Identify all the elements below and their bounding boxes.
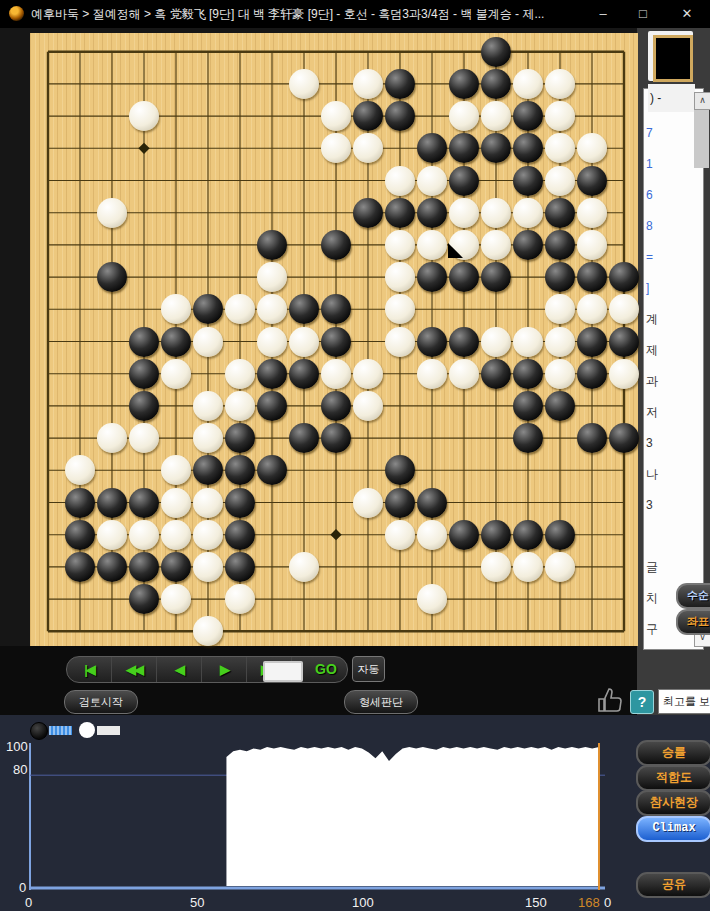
y-tick-0: 0 <box>19 880 26 895</box>
white-stone <box>417 359 447 389</box>
move-list-clipped-text: 저 <box>646 405 660 419</box>
move-list-clipped-text: 계 <box>646 312 660 326</box>
window-title: 예후바둑 > 절예정해 > 흑 党毅飞 [9단] 대 백 李轩豪 [9단] - … <box>31 6 544 23</box>
white-stone <box>129 423 159 453</box>
x-tick-50: 50 <box>190 895 204 910</box>
white-stone <box>321 359 351 389</box>
black-stone <box>65 488 95 518</box>
black-stone <box>257 230 287 260</box>
white-stone <box>225 391 255 421</box>
black-stone <box>129 391 159 421</box>
black-stone <box>129 359 159 389</box>
move-list-clipped-text <box>646 529 660 543</box>
white-stone <box>97 198 127 228</box>
white-stone <box>577 198 607 228</box>
black-stone <box>577 327 607 357</box>
white-stone <box>257 262 287 292</box>
white-stone <box>321 101 351 131</box>
black-stone <box>97 262 127 292</box>
back-button[interactable]: ◀ <box>157 657 202 682</box>
black-stone <box>417 198 447 228</box>
white-stone <box>449 359 479 389</box>
black-stone <box>449 166 479 196</box>
white-stone <box>97 520 127 550</box>
white-stone <box>545 101 575 131</box>
move-list-clipped-text: 7 <box>646 126 660 140</box>
fast-back-button[interactable]: ◀◀ <box>112 657 157 682</box>
black-stone <box>481 359 511 389</box>
white-stone <box>289 69 319 99</box>
black-stone <box>289 423 319 453</box>
side-button-fitness[interactable]: 적합도 <box>636 765 710 791</box>
black-stone <box>609 327 639 357</box>
white-stone <box>417 520 447 550</box>
move-list-clipped-text: 글 <box>646 560 660 574</box>
black-stone <box>161 552 191 582</box>
black-stone <box>225 520 255 550</box>
move-list-clipped-text: 과 <box>646 374 660 388</box>
black-stone <box>385 101 415 131</box>
black-stone <box>481 520 511 550</box>
x-tick-150: 150 <box>525 895 547 910</box>
white-stone <box>481 327 511 357</box>
black-stone <box>545 520 575 550</box>
app-icon <box>9 6 24 21</box>
black-stone <box>225 488 255 518</box>
move-list-clipped-text: 1 <box>646 157 660 171</box>
first-move-button[interactable]: |◀ <box>67 657 112 682</box>
white-stone <box>257 327 287 357</box>
white-stone <box>129 520 159 550</box>
white-stone <box>513 198 543 228</box>
move-list-clipped-text: 치 <box>646 591 660 605</box>
winrate-chart-section: 100 80 0 0 50 100 150 168 0 승률 적합도 참사현장 … <box>0 715 710 911</box>
white-stone <box>161 520 191 550</box>
black-stone <box>129 327 159 357</box>
black-stone-indicator <box>653 35 693 82</box>
black-stone <box>513 520 543 550</box>
black-stone <box>449 262 479 292</box>
move-list-clipped-text: ] <box>646 281 660 295</box>
black-stone <box>513 101 543 131</box>
white-stone <box>289 327 319 357</box>
white-stone <box>481 552 511 582</box>
white-stone <box>577 230 607 260</box>
black-stone <box>417 327 447 357</box>
black-stone <box>353 198 383 228</box>
white-stone <box>513 552 543 582</box>
white-stone <box>545 69 575 99</box>
move-list-clipped-text: 6 <box>646 188 660 202</box>
black-stone <box>577 423 607 453</box>
black-stone <box>161 327 191 357</box>
white-stone <box>353 391 383 421</box>
white-stone <box>481 230 511 260</box>
white-stone <box>225 584 255 614</box>
black-stone <box>609 262 639 292</box>
white-stone <box>449 101 479 131</box>
go-board[interactable] <box>30 33 638 646</box>
white-stone <box>289 552 319 582</box>
white-stone <box>225 359 255 389</box>
side-button-winrate[interactable]: 승률 <box>636 740 710 766</box>
black-stone <box>481 69 511 99</box>
black-stone <box>481 37 511 67</box>
white-stone <box>353 359 383 389</box>
turn-indicator-box <box>648 31 693 81</box>
black-stone <box>577 166 607 196</box>
side-button-disaster[interactable]: 참사현장 <box>636 790 710 816</box>
black-stone <box>545 198 575 228</box>
move-list-clipped-text: = <box>646 250 660 264</box>
white-stone <box>481 101 511 131</box>
black-stone <box>449 520 479 550</box>
white-stone <box>449 198 479 228</box>
white-stone <box>417 230 447 260</box>
white-stone <box>417 166 447 196</box>
white-stone <box>385 262 415 292</box>
start-review-button[interactable]: 검토시작 <box>64 690 138 714</box>
move-list-clipped-text: 3 <box>646 498 660 512</box>
show-best-input[interactable]: 최고를 보여 <box>658 689 710 714</box>
white-stone <box>353 69 383 99</box>
side-button-climax[interactable]: Climax <box>636 816 710 842</box>
close-button[interactable]: ✕ <box>672 4 702 24</box>
black-stone <box>481 262 511 292</box>
black-stone <box>577 359 607 389</box>
thumbs-up-icon[interactable] <box>596 687 624 713</box>
white-stone <box>513 327 543 357</box>
move-list-clipped-text: 구 <box>646 622 660 636</box>
black-stone <box>449 327 479 357</box>
black-stone <box>353 101 383 131</box>
white-stone <box>545 359 575 389</box>
white-stone <box>513 69 543 99</box>
black-stone <box>65 552 95 582</box>
black-stone <box>577 262 607 292</box>
black-stone <box>513 423 543 453</box>
black-stone <box>129 584 159 614</box>
side-button-share[interactable]: 공유 <box>636 872 710 898</box>
black-stone <box>321 423 351 453</box>
minimize-button[interactable]: – <box>588 4 618 24</box>
scrollbar-thumb[interactable] <box>694 110 709 168</box>
black-stone <box>385 488 415 518</box>
black-stone <box>545 391 575 421</box>
y-tick-100: 100 <box>6 739 28 754</box>
app-window: 예후바둑 > 절예정해 > 흑 党毅飞 [9단] 대 백 李轩豪 [9단] - … <box>0 0 710 911</box>
white-stone <box>193 552 223 582</box>
move-list-clipped-text: 8 <box>646 219 660 233</box>
position-judge-button[interactable]: 형세판단 <box>344 690 418 714</box>
replay-nav-bar: |◀ ◀◀ ◀ ▶ ▶▶ GO <box>66 656 348 683</box>
moves-toggle-button[interactable]: 수순 <box>676 583 710 609</box>
white-stone <box>193 391 223 421</box>
black-stone <box>513 359 543 389</box>
black-stone <box>385 69 415 99</box>
black-stone <box>321 391 351 421</box>
white-stone <box>417 584 447 614</box>
maximize-button[interactable]: □ <box>628 4 658 24</box>
black-stone <box>513 230 543 260</box>
black-stone <box>513 166 543 196</box>
move-list-clipped-text: 나 <box>646 467 660 481</box>
black-stone <box>545 262 575 292</box>
move-list-clipped-text: 3 <box>646 436 660 450</box>
white-stone <box>481 198 511 228</box>
white-stone <box>385 230 415 260</box>
move-number-input[interactable] <box>263 661 303 682</box>
black-stone <box>225 423 255 453</box>
x-tick-end-0: 0 <box>604 895 611 910</box>
white-stone <box>545 166 575 196</box>
white-stone <box>161 584 191 614</box>
black-stone <box>545 230 575 260</box>
black-stone <box>417 262 447 292</box>
go-button[interactable]: GO <box>307 657 345 682</box>
title-bar: 예후바둑 > 절예정해 > 흑 党毅飞 [9단] 대 백 李轩豪 [9단] - … <box>0 0 710 28</box>
white-stone <box>545 327 575 357</box>
white-stone <box>193 520 223 550</box>
black-stone <box>65 520 95 550</box>
black-stone <box>385 198 415 228</box>
move-list-panel[interactable]: ㅣ7168=]계제과저3나3 글치구 <box>643 88 704 650</box>
white-stone <box>545 552 575 582</box>
forward-button[interactable]: ▶ <box>202 657 247 682</box>
current-move-label: 168 <box>578 895 600 910</box>
move-list-clipped-text: 제 <box>646 343 660 357</box>
white-stone <box>193 423 223 453</box>
white-stone <box>385 327 415 357</box>
white-stone <box>385 520 415 550</box>
white-stone <box>161 488 191 518</box>
white-stone <box>385 166 415 196</box>
auto-play-button[interactable]: 자동 <box>352 656 385 682</box>
black-stone <box>321 230 351 260</box>
white-stone <box>193 488 223 518</box>
black-stone <box>97 488 127 518</box>
black-stone <box>129 552 159 582</box>
x-tick-0: 0 <box>25 895 32 910</box>
clipped-info-box: ) - <box>648 84 695 112</box>
black-stone <box>449 69 479 99</box>
y-tick-80: 80 <box>13 762 27 777</box>
black-stone <box>129 488 159 518</box>
winrate-area-chart[interactable] <box>0 715 710 911</box>
black-stone <box>97 552 127 582</box>
black-stone <box>225 552 255 582</box>
white-stone <box>97 423 127 453</box>
black-stone <box>289 359 319 389</box>
white-stone <box>193 327 223 357</box>
x-tick-100: 100 <box>352 895 374 910</box>
black-stone <box>513 391 543 421</box>
scroll-up-arrow-icon[interactable]: ∧ <box>694 92 710 110</box>
coords-toggle-button[interactable]: 좌표 <box>676 609 710 635</box>
black-stone <box>609 423 639 453</box>
white-stone <box>353 488 383 518</box>
black-stone <box>257 391 287 421</box>
white-stone <box>161 359 191 389</box>
black-stone <box>257 359 287 389</box>
black-stone <box>321 327 351 357</box>
white-stone <box>609 359 639 389</box>
black-stone <box>417 488 447 518</box>
help-button[interactable]: ? <box>630 690 654 714</box>
white-stone <box>129 101 159 131</box>
